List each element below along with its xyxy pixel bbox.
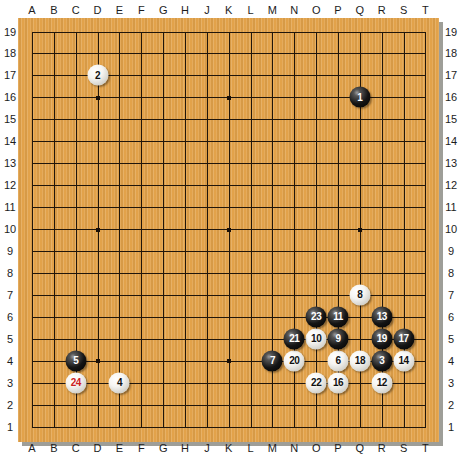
row-label-right: 6 [448, 311, 454, 322]
move-number: 12 [377, 378, 387, 388]
row-label-left: 12 [4, 180, 16, 191]
stone-black-21[interactable]: 21 [284, 328, 305, 349]
move-number: 3 [379, 356, 384, 366]
column-label-bottom: F [138, 443, 145, 454]
grid-horizontal-line [32, 339, 426, 340]
move-number: 9 [336, 334, 341, 344]
column-label-bottom: D [94, 443, 102, 454]
column-label-top: H [181, 5, 189, 16]
stone-white-8[interactable]: 8 [349, 284, 370, 305]
column-label-top: L [248, 5, 254, 16]
column-label-top: P [334, 5, 341, 16]
grid-vertical-line [425, 32, 426, 427]
row-label-right: 10 [445, 224, 457, 235]
column-label-top: S [400, 5, 407, 16]
column-label-bottom: G [159, 443, 168, 454]
move-number: 17 [399, 334, 409, 344]
star-point [227, 96, 231, 100]
row-label-right: 17 [445, 70, 457, 81]
row-label-left: 17 [4, 70, 16, 81]
last-move-number: 24 [71, 378, 81, 388]
move-number: 4 [117, 378, 122, 388]
column-label-bottom: R [378, 443, 386, 454]
stone-white-4[interactable]: 4 [109, 372, 130, 393]
grid-horizontal-line [32, 317, 426, 318]
star-point [96, 96, 100, 100]
column-label-bottom: H [181, 443, 189, 454]
star-point [96, 359, 100, 363]
stone-black-13[interactable]: 13 [371, 306, 392, 327]
column-label-top: G [159, 5, 168, 16]
column-label-top: K [225, 5, 232, 16]
move-number: 2 [95, 70, 100, 80]
move-number: 21 [289, 334, 299, 344]
column-label-top: J [204, 5, 210, 16]
stone-white-6[interactable]: 6 [328, 350, 349, 371]
row-label-left: 13 [4, 158, 16, 169]
row-label-left: 4 [7, 355, 13, 366]
row-label-left: 18 [4, 48, 16, 59]
stone-white-12[interactable]: 12 [371, 372, 392, 393]
move-number: 8 [357, 290, 362, 300]
stone-black-17[interactable]: 17 [393, 328, 414, 349]
column-label-bottom: J [204, 443, 210, 454]
column-label-bottom: K [225, 443, 232, 454]
column-label-top: A [28, 5, 35, 16]
column-label-bottom: E [116, 443, 123, 454]
row-label-left: 11 [4, 202, 15, 213]
row-label-right: 16 [445, 92, 457, 103]
row-label-right: 13 [445, 158, 457, 169]
row-label-left: 15 [4, 114, 16, 125]
stone-white-18[interactable]: 18 [349, 350, 370, 371]
column-label-bottom: B [50, 443, 57, 454]
row-label-left: 6 [7, 311, 13, 322]
row-label-left: 10 [4, 224, 16, 235]
move-number: 13 [377, 312, 387, 322]
stone-white-2[interactable]: 2 [87, 65, 108, 86]
stone-black-3[interactable]: 3 [371, 350, 392, 371]
stone-black-23[interactable]: 23 [306, 306, 327, 327]
stone-white-24[interactable]: 24 [65, 372, 86, 393]
column-label-bottom: Q [356, 443, 365, 454]
move-number: 14 [399, 356, 409, 366]
column-label-top: C [72, 5, 80, 16]
column-label-top: T [422, 5, 429, 16]
star-point [96, 228, 100, 232]
move-number: 1 [357, 92, 362, 102]
row-label-right: 8 [448, 267, 454, 278]
row-label-right: 3 [448, 377, 454, 388]
column-label-bottom: C [72, 443, 80, 454]
row-label-left: 7 [7, 289, 13, 300]
row-label-left: 2 [7, 399, 13, 410]
move-number: 5 [73, 356, 78, 366]
row-label-right: 18 [445, 48, 457, 59]
star-point [358, 228, 362, 232]
column-label-bottom: S [400, 443, 407, 454]
row-label-left: 5 [7, 333, 13, 344]
grid-horizontal-line [32, 427, 426, 428]
row-label-right: 19 [445, 26, 457, 37]
column-label-top: B [50, 5, 57, 16]
row-label-right: 2 [448, 399, 454, 410]
stone-black-5[interactable]: 5 [65, 350, 86, 371]
column-label-bottom: A [28, 443, 35, 454]
stone-black-11[interactable]: 11 [328, 306, 349, 327]
move-number: 11 [333, 312, 343, 322]
row-label-right: 15 [445, 114, 457, 125]
grid-horizontal-line [32, 405, 426, 406]
stone-black-9[interactable]: 9 [328, 328, 349, 349]
move-number: 22 [311, 378, 321, 388]
column-label-top: Q [356, 5, 365, 16]
star-point [227, 228, 231, 232]
move-number: 20 [289, 356, 299, 366]
row-label-left: 8 [7, 267, 13, 278]
move-number: 7 [270, 356, 275, 366]
row-label-right: 12 [445, 180, 457, 191]
column-label-bottom: L [248, 443, 254, 454]
move-number: 6 [336, 356, 341, 366]
grid-horizontal-line [32, 251, 426, 252]
row-label-right: 5 [448, 333, 454, 344]
column-label-bottom: T [422, 443, 429, 454]
row-label-left: 1 [7, 421, 13, 432]
stone-white-20[interactable]: 20 [284, 350, 305, 371]
row-label-left: 14 [4, 136, 16, 147]
column-label-top: N [290, 5, 298, 16]
row-label-right: 4 [448, 355, 454, 366]
move-number: 19 [377, 334, 387, 344]
row-label-right: 9 [448, 246, 454, 257]
column-label-top: F [138, 5, 145, 16]
row-label-right: 11 [445, 202, 456, 213]
stone-white-22[interactable]: 22 [306, 372, 327, 393]
move-number: 16 [333, 378, 343, 388]
move-number: 23 [311, 312, 321, 322]
stone-black-7[interactable]: 7 [262, 350, 283, 371]
row-label-left: 9 [7, 246, 13, 257]
grid-horizontal-line [32, 383, 426, 384]
row-label-left: 16 [4, 92, 16, 103]
column-label-bottom: P [334, 443, 341, 454]
star-point [227, 359, 231, 363]
move-number: 10 [311, 334, 321, 344]
column-label-bottom: M [268, 443, 277, 454]
column-label-bottom: O [312, 443, 321, 454]
stone-black-1[interactable]: 1 [349, 87, 370, 108]
stone-white-16[interactable]: 16 [328, 372, 349, 393]
column-label-top: O [312, 5, 321, 16]
column-label-bottom: N [290, 443, 298, 454]
row-label-right: 1 [448, 421, 454, 432]
grid-horizontal-line [32, 273, 426, 274]
row-label-left: 19 [4, 26, 16, 37]
column-label-top: E [116, 5, 123, 16]
row-label-right: 7 [448, 289, 454, 300]
grid-vertical-line [251, 32, 252, 427]
move-number: 18 [355, 356, 365, 366]
column-label-top: D [94, 5, 102, 16]
grid-vertical-line [316, 32, 317, 427]
row-label-left: 3 [7, 377, 13, 388]
stone-black-19[interactable]: 19 [371, 328, 392, 349]
column-label-top: M [268, 5, 277, 16]
go-diagram: AABBCCDDEEFFGGHHJJKKLLMMNNOOPPQQRRSSTT19… [0, 0, 461, 460]
stone-white-10[interactable]: 10 [306, 328, 327, 349]
column-label-top: R [378, 5, 386, 16]
row-label-right: 14 [445, 136, 457, 147]
stone-white-14[interactable]: 14 [393, 350, 414, 371]
